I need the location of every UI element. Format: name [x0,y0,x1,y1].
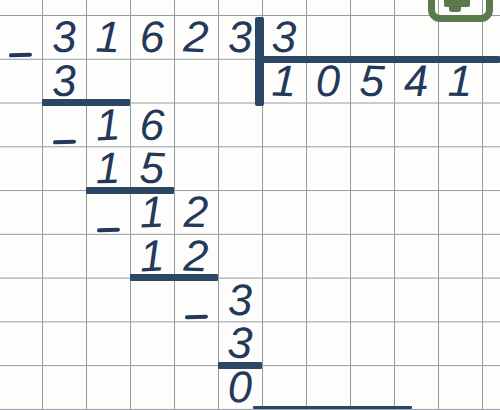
handwritten-digit-work: 3 [217,320,263,366]
handwritten-digit-quotient: 0 [306,58,351,103]
handwritten-minus-sign [9,52,32,57]
handwritten-minus-sign [53,140,76,145]
handwritten-underline [86,187,174,194]
handwritten-digit-dividend: 3 [41,14,87,60]
division-bracket-horizontal [255,56,500,63]
handwritten-minus-sign [97,227,120,232]
handwritten-digit-work: 1 [129,233,175,279]
handwritten-digit-work: 1 [85,101,131,147]
handwritten-digit-work: 3 [218,277,263,322]
handwritten-digit-divisor: 3 [262,15,307,60]
handwritten-digit-work: 1 [129,189,175,234]
handwritten-digit-dividend: 1 [85,14,131,59]
handwritten-digit-work: 2 [173,233,219,278]
handwritten-digit-work: 5 [129,145,175,191]
handwritten-digit-quotient: 4 [393,58,439,103]
handwritten-digit-remainder: 0 [217,364,263,409]
handwritten-digit-work: 6 [129,102,175,147]
handwritten-digit-dividend: 6 [130,15,175,60]
handwritten-digit-quotient: 1 [261,58,307,103]
handwritten-digit-work: 2 [174,190,219,235]
handwritten-digit-work: 3 [41,58,87,104]
handwritten-digit-quotient: 5 [349,58,395,104]
handwritten-minus-sign [185,315,208,320]
handwritten-digit-quotient: 1 [438,58,483,103]
worksheet: 31623331054116151212330 [0,0,500,410]
handwritten-underline [253,406,411,409]
handwritten-digit-work: 1 [86,146,131,191]
handwritten-underline [218,362,262,369]
handwritten-underline [42,99,130,106]
handwritten-digit-dividend: 2 [173,14,219,60]
handwritten-underline [130,274,218,281]
